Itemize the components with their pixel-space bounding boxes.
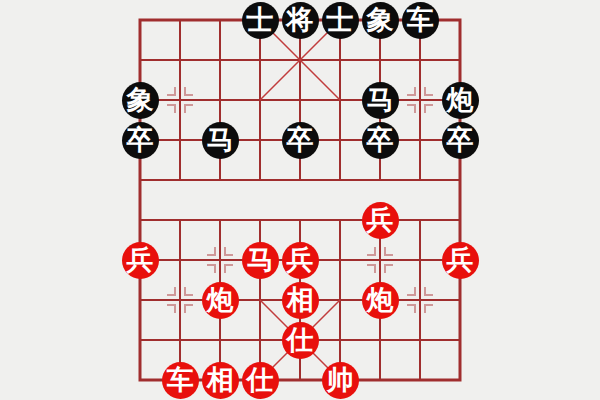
intersection-r2c7[interactable] bbox=[400, 80, 440, 120]
intersection-r5c4[interactable] bbox=[280, 200, 320, 240]
intersection-r8c0[interactable] bbox=[120, 320, 160, 360]
intersection-r0c5[interactable]: 士 bbox=[320, 0, 360, 40]
intersection-r6c2[interactable] bbox=[200, 240, 240, 280]
piece-red-horse[interactable]: 马 bbox=[242, 242, 279, 279]
intersection-r7c6[interactable]: 炮 bbox=[360, 280, 400, 320]
intersection-r9c5[interactable]: 帅 bbox=[320, 360, 360, 400]
intersection-r1c2[interactable] bbox=[200, 40, 240, 80]
intersection-r0c6[interactable]: 象 bbox=[360, 0, 400, 40]
intersection-r5c1[interactable] bbox=[160, 200, 200, 240]
intersection-r6c1[interactable] bbox=[160, 240, 200, 280]
intersection-r9c6[interactable] bbox=[360, 360, 400, 400]
intersection-r6c5[interactable] bbox=[320, 240, 360, 280]
piece-red-advisor[interactable]: 仕 bbox=[282, 322, 319, 359]
piece-red-elephant[interactable]: 相 bbox=[202, 362, 239, 399]
intersection-r9c8[interactable] bbox=[440, 360, 480, 400]
intersection-r1c3[interactable] bbox=[240, 40, 280, 80]
intersection-r7c3[interactable] bbox=[240, 280, 280, 320]
piece-red-soldier[interactable]: 兵 bbox=[362, 202, 399, 239]
intersection-r7c7[interactable] bbox=[400, 280, 440, 320]
intersection-r9c1[interactable]: 车 bbox=[160, 360, 200, 400]
piece-black-advisor[interactable]: 士 bbox=[322, 2, 359, 39]
intersection-r1c5[interactable] bbox=[320, 40, 360, 80]
intersection-r2c2[interactable] bbox=[200, 80, 240, 120]
intersection-r2c5[interactable] bbox=[320, 80, 360, 120]
intersection-r0c0[interactable] bbox=[120, 0, 160, 40]
piece-black-elephant[interactable]: 象 bbox=[122, 82, 159, 119]
intersection-r1c8[interactable] bbox=[440, 40, 480, 80]
intersection-r0c8[interactable] bbox=[440, 0, 480, 40]
intersection-r8c7[interactable] bbox=[400, 320, 440, 360]
intersection-r6c0[interactable]: 兵 bbox=[120, 240, 160, 280]
piece-black-chariot[interactable]: 车 bbox=[402, 2, 439, 39]
intersection-r7c1[interactable] bbox=[160, 280, 200, 320]
intersection-r7c8[interactable] bbox=[440, 280, 480, 320]
intersection-r8c5[interactable] bbox=[320, 320, 360, 360]
piece-red-soldier[interactable]: 兵 bbox=[442, 242, 479, 279]
intersection-r8c4[interactable]: 仕 bbox=[280, 320, 320, 360]
intersection-r4c2[interactable] bbox=[200, 160, 240, 200]
intersection-r9c7[interactable] bbox=[400, 360, 440, 400]
piece-black-cannon[interactable]: 炮 bbox=[442, 82, 479, 119]
intersection-r6c8[interactable]: 兵 bbox=[440, 240, 480, 280]
intersection-r2c6[interactable]: 马 bbox=[360, 80, 400, 120]
intersection-r4c1[interactable] bbox=[160, 160, 200, 200]
intersection-r6c4[interactable]: 兵 bbox=[280, 240, 320, 280]
intersection-r1c4[interactable] bbox=[280, 40, 320, 80]
intersection-r2c1[interactable] bbox=[160, 80, 200, 120]
intersection-r1c6[interactable] bbox=[360, 40, 400, 80]
intersection-r1c7[interactable] bbox=[400, 40, 440, 80]
intersection-r2c8[interactable]: 炮 bbox=[440, 80, 480, 120]
xiangqi-board: 士将士象车象马炮卒马卒卒卒兵兵马兵兵炮相炮仕车相仕帅 bbox=[0, 0, 600, 400]
intersection-r0c2[interactable] bbox=[200, 0, 240, 40]
piece-red-elephant[interactable]: 相 bbox=[282, 282, 319, 319]
intersection-r4c5[interactable] bbox=[320, 160, 360, 200]
piece-black-soldier[interactable]: 卒 bbox=[122, 122, 159, 159]
intersection-r4c3[interactable] bbox=[240, 160, 280, 200]
intersection-r7c2[interactable]: 炮 bbox=[200, 280, 240, 320]
intersection-r3c0[interactable]: 卒 bbox=[120, 120, 160, 160]
intersection-r5c8[interactable] bbox=[440, 200, 480, 240]
intersection-r8c2[interactable] bbox=[200, 320, 240, 360]
intersection-r5c6[interactable]: 兵 bbox=[360, 200, 400, 240]
intersection-r8c3[interactable] bbox=[240, 320, 280, 360]
intersection-r3c1[interactable] bbox=[160, 120, 200, 160]
intersection-r8c6[interactable] bbox=[360, 320, 400, 360]
intersection-r6c7[interactable] bbox=[400, 240, 440, 280]
intersection-r3c2[interactable]: 马 bbox=[200, 120, 240, 160]
intersection-r5c3[interactable] bbox=[240, 200, 280, 240]
piece-black-soldier[interactable]: 卒 bbox=[282, 122, 319, 159]
intersection-r2c0[interactable]: 象 bbox=[120, 80, 160, 120]
piece-black-king[interactable]: 将 bbox=[282, 2, 319, 39]
intersection-r7c0[interactable] bbox=[120, 280, 160, 320]
piece-red-cannon[interactable]: 炮 bbox=[362, 282, 399, 319]
piece-red-advisor[interactable]: 仕 bbox=[242, 362, 279, 399]
intersection-r0c3[interactable]: 士 bbox=[240, 0, 280, 40]
intersection-r7c5[interactable] bbox=[320, 280, 360, 320]
intersection-r4c0[interactable] bbox=[120, 160, 160, 200]
piece-red-king[interactable]: 帅 bbox=[322, 362, 359, 399]
intersection-r1c1[interactable] bbox=[160, 40, 200, 80]
intersection-r4c4[interactable] bbox=[280, 160, 320, 200]
piece-red-chariot[interactable]: 车 bbox=[162, 362, 199, 399]
intersection-r5c7[interactable] bbox=[400, 200, 440, 240]
piece-black-elephant[interactable]: 象 bbox=[362, 2, 399, 39]
intersection-r5c2[interactable] bbox=[200, 200, 240, 240]
intersection-r4c6[interactable] bbox=[360, 160, 400, 200]
intersection-r5c5[interactable] bbox=[320, 200, 360, 240]
intersection-r0c7[interactable]: 车 bbox=[400, 0, 440, 40]
piece-black-horse[interactable]: 马 bbox=[362, 82, 399, 119]
intersection-r4c7[interactable] bbox=[400, 160, 440, 200]
intersection-r3c8[interactable]: 卒 bbox=[440, 120, 480, 160]
intersection-r9c3[interactable]: 仕 bbox=[240, 360, 280, 400]
intersection-r8c1[interactable] bbox=[160, 320, 200, 360]
intersection-r9c4[interactable] bbox=[280, 360, 320, 400]
intersection-r2c4[interactable] bbox=[280, 80, 320, 120]
board-grid: 士将士象车象马炮卒马卒卒卒兵兵马兵兵炮相炮仕车相仕帅 bbox=[120, 0, 480, 400]
intersection-r6c6[interactable] bbox=[360, 240, 400, 280]
intersection-r4c8[interactable] bbox=[440, 160, 480, 200]
intersection-r3c6[interactable]: 卒 bbox=[360, 120, 400, 160]
piece-red-soldier[interactable]: 兵 bbox=[122, 242, 159, 279]
intersection-r9c0[interactable] bbox=[120, 360, 160, 400]
intersection-r3c3[interactable] bbox=[240, 120, 280, 160]
piece-red-soldier[interactable]: 兵 bbox=[282, 242, 319, 279]
piece-black-soldier[interactable]: 卒 bbox=[442, 122, 479, 159]
intersection-r2c3[interactable] bbox=[240, 80, 280, 120]
intersection-r3c4[interactable]: 卒 bbox=[280, 120, 320, 160]
intersection-r0c4[interactable]: 将 bbox=[280, 0, 320, 40]
intersection-r7c4[interactable]: 相 bbox=[280, 280, 320, 320]
intersection-r3c5[interactable] bbox=[320, 120, 360, 160]
piece-black-soldier[interactable]: 卒 bbox=[362, 122, 399, 159]
piece-red-cannon[interactable]: 炮 bbox=[202, 282, 239, 319]
intersection-r8c8[interactable] bbox=[440, 320, 480, 360]
intersection-r6c3[interactable]: 马 bbox=[240, 240, 280, 280]
piece-black-advisor[interactable]: 士 bbox=[242, 2, 279, 39]
intersection-r1c0[interactable] bbox=[120, 40, 160, 80]
intersection-r3c7[interactable] bbox=[400, 120, 440, 160]
intersection-r5c0[interactable] bbox=[120, 200, 160, 240]
intersection-r9c2[interactable]: 相 bbox=[200, 360, 240, 400]
piece-black-horse[interactable]: 马 bbox=[202, 122, 239, 159]
intersection-r0c1[interactable] bbox=[160, 0, 200, 40]
